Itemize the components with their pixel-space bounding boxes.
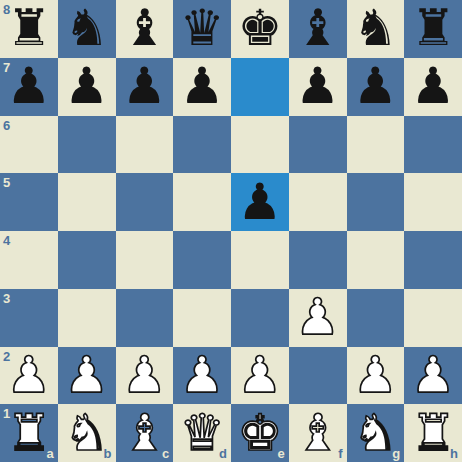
square-h1[interactable]: h♜ [404,404,462,462]
square-b6[interactable] [58,116,116,174]
square-h8[interactable]: ♜ [404,0,462,58]
black-pawn[interactable]: ♟ [237,174,282,231]
square-g2[interactable]: ♟ [347,347,405,405]
square-a4[interactable]: 4 [0,231,58,289]
white-pawn[interactable]: ♟ [122,347,167,404]
square-f2[interactable] [289,347,347,405]
square-f1[interactable]: f♝ [289,404,347,462]
white-pawn[interactable]: ♟ [295,289,340,346]
white-pawn[interactable]: ♟ [64,347,109,404]
white-bishop[interactable]: ♝ [122,405,167,462]
square-d2[interactable]: ♟ [173,347,231,405]
white-pawn[interactable]: ♟ [180,347,225,404]
white-knight[interactable]: ♞ [64,405,109,462]
square-a1[interactable]: 1a♜ [0,404,58,462]
square-h2[interactable]: ♟ [404,347,462,405]
black-pawn[interactable]: ♟ [6,58,51,115]
square-f8[interactable]: ♝ [289,0,347,58]
square-a2[interactable]: 2♟ [0,347,58,405]
square-g5[interactable] [347,173,405,231]
square-e2[interactable]: ♟ [231,347,289,405]
square-a8[interactable]: 8♜ [0,0,58,58]
square-h5[interactable] [404,173,462,231]
black-pawn[interactable]: ♟ [411,58,456,115]
rank-label-4: 4 [3,234,10,247]
square-d7[interactable]: ♟ [173,58,231,116]
square-a5[interactable]: 5 [0,173,58,231]
square-b7[interactable]: ♟ [58,58,116,116]
white-pawn[interactable]: ♟ [411,347,456,404]
square-c3[interactable] [116,289,174,347]
square-a3[interactable]: 3 [0,289,58,347]
square-d1[interactable]: d♛ [173,404,231,462]
black-pawn[interactable]: ♟ [64,58,109,115]
square-g4[interactable] [347,231,405,289]
white-bishop[interactable]: ♝ [295,405,340,462]
square-g7[interactable]: ♟ [347,58,405,116]
square-b4[interactable] [58,231,116,289]
square-c2[interactable]: ♟ [116,347,174,405]
white-king[interactable]: ♚ [237,405,282,462]
black-rook[interactable]: ♜ [6,0,51,57]
black-rook[interactable]: ♜ [411,0,456,57]
square-b2[interactable]: ♟ [58,347,116,405]
square-a6[interactable]: 6 [0,116,58,174]
black-pawn[interactable]: ♟ [122,58,167,115]
square-c8[interactable]: ♝ [116,0,174,58]
square-e5[interactable]: ♟ [231,173,289,231]
square-g3[interactable] [347,289,405,347]
square-h6[interactable] [404,116,462,174]
white-rook[interactable]: ♜ [6,405,51,462]
square-e6[interactable] [231,116,289,174]
square-e7[interactable] [231,58,289,116]
black-bishop[interactable]: ♝ [122,0,167,57]
square-c1[interactable]: c♝ [116,404,174,462]
rank-label-5: 5 [3,176,10,189]
square-e4[interactable] [231,231,289,289]
square-b8[interactable]: ♞ [58,0,116,58]
square-h7[interactable]: ♟ [404,58,462,116]
square-a7[interactable]: 7♟ [0,58,58,116]
rank-label-3: 3 [3,292,10,305]
square-d5[interactable] [173,173,231,231]
black-pawn[interactable]: ♟ [180,58,225,115]
square-g1[interactable]: g♞ [347,404,405,462]
square-c5[interactable] [116,173,174,231]
square-e3[interactable] [231,289,289,347]
square-g8[interactable]: ♞ [347,0,405,58]
square-f4[interactable] [289,231,347,289]
chess-board[interactable]: 8♜♞♝♛♚♝♞♜7♟♟♟♟♟♟♟65♟43♟2♟♟♟♟♟♟♟1a♜b♞c♝d♛… [0,0,462,462]
square-b5[interactable] [58,173,116,231]
black-pawn[interactable]: ♟ [295,58,340,115]
square-c7[interactable]: ♟ [116,58,174,116]
square-d3[interactable] [173,289,231,347]
square-e8[interactable]: ♚ [231,0,289,58]
square-d8[interactable]: ♛ [173,0,231,58]
black-bishop[interactable]: ♝ [295,0,340,57]
white-knight[interactable]: ♞ [353,405,398,462]
square-h3[interactable] [404,289,462,347]
square-e1[interactable]: e♚ [231,404,289,462]
white-queen[interactable]: ♛ [180,405,225,462]
square-b3[interactable] [58,289,116,347]
black-queen[interactable]: ♛ [180,0,225,57]
white-pawn[interactable]: ♟ [353,347,398,404]
black-knight[interactable]: ♞ [353,0,398,57]
square-f7[interactable]: ♟ [289,58,347,116]
black-pawn[interactable]: ♟ [353,58,398,115]
rank-label-6: 6 [3,119,10,132]
white-pawn[interactable]: ♟ [237,347,282,404]
square-f3[interactable]: ♟ [289,289,347,347]
square-f6[interactable] [289,116,347,174]
square-g6[interactable] [347,116,405,174]
square-c6[interactable] [116,116,174,174]
square-f5[interactable] [289,173,347,231]
black-knight[interactable]: ♞ [64,0,109,57]
white-pawn[interactable]: ♟ [6,347,51,404]
black-king[interactable]: ♚ [237,0,282,57]
square-d6[interactable] [173,116,231,174]
square-d4[interactable] [173,231,231,289]
square-b1[interactable]: b♞ [58,404,116,462]
square-c4[interactable] [116,231,174,289]
white-rook[interactable]: ♜ [411,405,456,462]
square-h4[interactable] [404,231,462,289]
